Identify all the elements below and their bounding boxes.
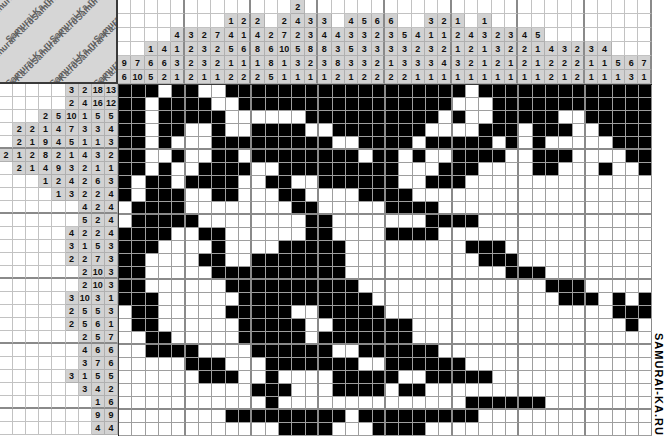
grid-cell[interactable] xyxy=(599,358,612,371)
grid-cell[interactable] xyxy=(292,293,305,306)
grid-cell[interactable] xyxy=(466,293,479,306)
grid-cell[interactable] xyxy=(399,371,412,384)
grid-cell[interactable] xyxy=(546,85,559,98)
grid-cell[interactable] xyxy=(413,241,426,254)
grid-cell[interactable] xyxy=(586,267,599,280)
grid-cell[interactable] xyxy=(239,267,252,280)
grid-cell[interactable] xyxy=(172,163,185,176)
grid-cell[interactable] xyxy=(252,410,265,423)
grid-cell[interactable] xyxy=(226,306,239,319)
grid-cell[interactable] xyxy=(573,189,586,202)
grid-cell[interactable] xyxy=(266,319,279,332)
grid-cell[interactable] xyxy=(186,319,199,332)
grid-cell[interactable] xyxy=(132,202,145,215)
grid-cell[interactable] xyxy=(119,423,132,436)
grid-cell[interactable] xyxy=(212,306,225,319)
grid-cell[interactable] xyxy=(359,371,372,384)
grid-cell[interactable] xyxy=(186,202,199,215)
grid-cell[interactable] xyxy=(573,410,586,423)
grid-cell[interactable] xyxy=(439,358,452,371)
grid-cell[interactable] xyxy=(533,215,546,228)
grid-cell[interactable] xyxy=(613,98,626,111)
grid-cell[interactable] xyxy=(613,306,626,319)
grid-cell[interactable] xyxy=(413,202,426,215)
grid-cell[interactable] xyxy=(586,345,599,358)
grid-cell[interactable] xyxy=(533,332,546,345)
grid-cell[interactable] xyxy=(599,293,612,306)
grid-cell[interactable] xyxy=(559,111,572,124)
grid-cell[interactable] xyxy=(199,280,212,293)
grid-cell[interactable] xyxy=(493,163,506,176)
grid-cell[interactable] xyxy=(586,137,599,150)
grid-cell[interactable] xyxy=(292,241,305,254)
grid-cell[interactable] xyxy=(159,215,172,228)
grid-cell[interactable] xyxy=(132,124,145,137)
grid-cell[interactable] xyxy=(306,176,319,189)
grid-cell[interactable] xyxy=(533,202,546,215)
grid-cell[interactable] xyxy=(599,124,612,137)
grid-cell[interactable] xyxy=(599,423,612,436)
grid-cell[interactable] xyxy=(199,137,212,150)
grid-cell[interactable] xyxy=(279,280,292,293)
grid-cell[interactable] xyxy=(159,410,172,423)
grid-cell[interactable] xyxy=(439,280,452,293)
grid-cell[interactable] xyxy=(359,111,372,124)
grid-cell[interactable] xyxy=(479,397,492,410)
grid-cell[interactable] xyxy=(119,410,132,423)
grid-cell[interactable] xyxy=(533,124,546,137)
grid-cell[interactable] xyxy=(146,189,159,202)
grid-cell[interactable] xyxy=(466,215,479,228)
grid-cell[interactable] xyxy=(212,267,225,280)
grid-cell[interactable] xyxy=(252,293,265,306)
grid-cell[interactable] xyxy=(199,319,212,332)
grid-cell[interactable] xyxy=(159,137,172,150)
grid-cell[interactable] xyxy=(479,111,492,124)
grid-cell[interactable] xyxy=(559,319,572,332)
grid-cell[interactable] xyxy=(159,280,172,293)
grid-cell[interactable] xyxy=(279,98,292,111)
grid-cell[interactable] xyxy=(199,397,212,410)
grid-cell[interactable] xyxy=(506,267,519,280)
grid-cell[interactable] xyxy=(533,176,546,189)
grid-cell[interactable] xyxy=(586,332,599,345)
grid-cell[interactable] xyxy=(172,280,185,293)
grid-cell[interactable] xyxy=(292,319,305,332)
grid-cell[interactable] xyxy=(172,176,185,189)
grid-cell[interactable] xyxy=(279,202,292,215)
grid-cell[interactable] xyxy=(479,371,492,384)
grid-cell[interactable] xyxy=(119,332,132,345)
grid-cell[interactable] xyxy=(199,332,212,345)
grid-cell[interactable] xyxy=(439,124,452,137)
grid-cell[interactable] xyxy=(426,241,439,254)
grid-cell[interactable] xyxy=(119,358,132,371)
grid-cell[interactable] xyxy=(439,150,452,163)
grid-cell[interactable] xyxy=(319,85,332,98)
grid-cell[interactable] xyxy=(613,345,626,358)
grid-cell[interactable] xyxy=(212,228,225,241)
grid-cell[interactable] xyxy=(239,254,252,267)
grid-cell[interactable] xyxy=(453,241,466,254)
grid-cell[interactable] xyxy=(626,241,639,254)
grid-cell[interactable] xyxy=(453,111,466,124)
grid-cell[interactable] xyxy=(626,280,639,293)
grid-cell[interactable] xyxy=(373,137,386,150)
grid-cell[interactable] xyxy=(226,215,239,228)
grid-cell[interactable] xyxy=(413,176,426,189)
grid-cell[interactable] xyxy=(186,358,199,371)
grid-cell[interactable] xyxy=(252,280,265,293)
grid-cell[interactable] xyxy=(626,124,639,137)
grid-cell[interactable] xyxy=(493,267,506,280)
grid-cell[interactable] xyxy=(132,397,145,410)
grid-cell[interactable] xyxy=(479,215,492,228)
grid-cell[interactable] xyxy=(533,189,546,202)
grid-cell[interactable] xyxy=(333,241,346,254)
grid-cell[interactable] xyxy=(159,124,172,137)
grid-cell[interactable] xyxy=(466,423,479,436)
grid-cell[interactable] xyxy=(186,423,199,436)
grid-cell[interactable] xyxy=(519,215,532,228)
grid-cell[interactable] xyxy=(639,371,652,384)
grid-cell[interactable] xyxy=(639,85,652,98)
grid-cell[interactable] xyxy=(546,410,559,423)
grid-cell[interactable] xyxy=(146,410,159,423)
grid-cell[interactable] xyxy=(279,124,292,137)
grid-cell[interactable] xyxy=(533,111,546,124)
grid-cell[interactable] xyxy=(186,267,199,280)
grid-cell[interactable] xyxy=(132,137,145,150)
grid-cell[interactable] xyxy=(266,384,279,397)
grid-cell[interactable] xyxy=(199,163,212,176)
grid-cell[interactable] xyxy=(239,332,252,345)
grid-cell[interactable] xyxy=(439,137,452,150)
grid-cell[interactable] xyxy=(132,371,145,384)
grid-cell[interactable] xyxy=(519,85,532,98)
grid-cell[interactable] xyxy=(599,267,612,280)
grid-cell[interactable] xyxy=(346,410,359,423)
grid-cell[interactable] xyxy=(426,306,439,319)
grid-cell[interactable] xyxy=(479,267,492,280)
grid-cell[interactable] xyxy=(639,163,652,176)
grid-cell[interactable] xyxy=(533,423,546,436)
grid-cell[interactable] xyxy=(426,111,439,124)
grid-cell[interactable] xyxy=(319,163,332,176)
grid-cell[interactable] xyxy=(573,267,586,280)
grid-cell[interactable] xyxy=(626,254,639,267)
grid-cell[interactable] xyxy=(426,345,439,358)
grid-cell[interactable] xyxy=(506,397,519,410)
grid-cell[interactable] xyxy=(613,410,626,423)
grid-cell[interactable] xyxy=(519,397,532,410)
grid-cell[interactable] xyxy=(266,228,279,241)
grid-cell[interactable] xyxy=(426,371,439,384)
grid-cell[interactable] xyxy=(333,111,346,124)
grid-cell[interactable] xyxy=(146,423,159,436)
grid-cell[interactable] xyxy=(266,332,279,345)
grid-cell[interactable] xyxy=(493,98,506,111)
grid-cell[interactable] xyxy=(626,358,639,371)
grid-cell[interactable] xyxy=(586,384,599,397)
grid-cell[interactable] xyxy=(413,137,426,150)
grid-cell[interactable] xyxy=(373,254,386,267)
grid-cell[interactable] xyxy=(319,202,332,215)
grid-cell[interactable] xyxy=(199,423,212,436)
grid-cell[interactable] xyxy=(519,319,532,332)
grid-cell[interactable] xyxy=(266,241,279,254)
grid-cell[interactable] xyxy=(439,332,452,345)
grid-cell[interactable] xyxy=(519,176,532,189)
grid-cell[interactable] xyxy=(546,267,559,280)
grid-cell[interactable] xyxy=(132,293,145,306)
grid-cell[interactable] xyxy=(346,137,359,150)
grid-cell[interactable] xyxy=(586,215,599,228)
grid-cell[interactable] xyxy=(573,98,586,111)
grid-cell[interactable] xyxy=(239,189,252,202)
grid-cell[interactable] xyxy=(466,150,479,163)
grid-cell[interactable] xyxy=(346,98,359,111)
grid-cell[interactable] xyxy=(546,384,559,397)
grid-cell[interactable] xyxy=(132,332,145,345)
grid-cell[interactable] xyxy=(186,189,199,202)
grid-cell[interactable] xyxy=(252,228,265,241)
grid-cell[interactable] xyxy=(479,306,492,319)
grid-cell[interactable] xyxy=(132,241,145,254)
grid-cell[interactable] xyxy=(279,293,292,306)
grid-cell[interactable] xyxy=(639,397,652,410)
grid-cell[interactable] xyxy=(132,85,145,98)
grid-cell[interactable] xyxy=(559,85,572,98)
grid-cell[interactable] xyxy=(306,202,319,215)
grid-cell[interactable] xyxy=(359,137,372,150)
grid-cell[interactable] xyxy=(573,332,586,345)
grid-cell[interactable] xyxy=(559,397,572,410)
grid-cell[interactable] xyxy=(439,98,452,111)
grid-cell[interactable] xyxy=(346,306,359,319)
grid-cell[interactable] xyxy=(333,306,346,319)
grid-cell[interactable] xyxy=(319,189,332,202)
grid-cell[interactable] xyxy=(319,124,332,137)
grid-cell[interactable] xyxy=(212,254,225,267)
grid-cell[interactable] xyxy=(132,384,145,397)
grid-cell[interactable] xyxy=(613,85,626,98)
grid-cell[interactable] xyxy=(172,267,185,280)
grid-cell[interactable] xyxy=(413,423,426,436)
grid-cell[interactable] xyxy=(506,410,519,423)
grid-cell[interactable] xyxy=(426,332,439,345)
grid-cell[interactable] xyxy=(559,410,572,423)
grid-cell[interactable] xyxy=(292,150,305,163)
grid-cell[interactable] xyxy=(493,280,506,293)
grid-cell[interactable] xyxy=(533,137,546,150)
grid-cell[interactable] xyxy=(212,189,225,202)
grid-cell[interactable] xyxy=(346,124,359,137)
grid-cell[interactable] xyxy=(466,137,479,150)
grid-cell[interactable] xyxy=(359,306,372,319)
grid-cell[interactable] xyxy=(252,150,265,163)
grid-cell[interactable] xyxy=(146,228,159,241)
grid-cell[interactable] xyxy=(626,293,639,306)
grid-cell[interactable] xyxy=(306,228,319,241)
grid-cell[interactable] xyxy=(146,215,159,228)
grid-cell[interactable] xyxy=(453,189,466,202)
grid-cell[interactable] xyxy=(386,189,399,202)
grid-cell[interactable] xyxy=(573,254,586,267)
grid-cell[interactable] xyxy=(279,319,292,332)
grid-cell[interactable] xyxy=(373,176,386,189)
grid-cell[interactable] xyxy=(519,293,532,306)
grid-cell[interactable] xyxy=(413,85,426,98)
grid-cell[interactable] xyxy=(386,319,399,332)
grid-cell[interactable] xyxy=(613,241,626,254)
grid-cell[interactable] xyxy=(639,98,652,111)
grid-cell[interactable] xyxy=(613,358,626,371)
grid-cell[interactable] xyxy=(386,332,399,345)
grid-cell[interactable] xyxy=(279,423,292,436)
grid-cell[interactable] xyxy=(146,202,159,215)
grid-cell[interactable] xyxy=(506,85,519,98)
grid-cell[interactable] xyxy=(359,98,372,111)
grid-cell[interactable] xyxy=(519,189,532,202)
grid-cell[interactable] xyxy=(493,150,506,163)
grid-cell[interactable] xyxy=(292,306,305,319)
grid-cell[interactable] xyxy=(292,124,305,137)
grid-cell[interactable] xyxy=(546,150,559,163)
grid-cell[interactable] xyxy=(212,163,225,176)
grid-cell[interactable] xyxy=(292,397,305,410)
grid-cell[interactable] xyxy=(399,163,412,176)
grid-cell[interactable] xyxy=(639,332,652,345)
grid-cell[interactable] xyxy=(399,397,412,410)
grid-cell[interactable] xyxy=(172,345,185,358)
grid-cell[interactable] xyxy=(359,215,372,228)
grid-cell[interactable] xyxy=(252,215,265,228)
grid-cell[interactable] xyxy=(453,319,466,332)
grid-cell[interactable] xyxy=(399,345,412,358)
grid-cell[interactable] xyxy=(319,111,332,124)
grid-cell[interactable] xyxy=(226,111,239,124)
grid-cell[interactable] xyxy=(626,384,639,397)
grid-cell[interactable] xyxy=(186,124,199,137)
grid-cell[interactable] xyxy=(146,150,159,163)
grid-cell[interactable] xyxy=(626,98,639,111)
grid-cell[interactable] xyxy=(479,241,492,254)
grid-cell[interactable] xyxy=(119,319,132,332)
grid-cell[interactable] xyxy=(439,410,452,423)
grid-cell[interactable] xyxy=(466,358,479,371)
grid-cell[interactable] xyxy=(519,384,532,397)
grid-cell[interactable] xyxy=(146,397,159,410)
grid-cell[interactable] xyxy=(479,163,492,176)
grid-cell[interactable] xyxy=(426,358,439,371)
grid-cell[interactable] xyxy=(279,85,292,98)
grid-cell[interactable] xyxy=(586,228,599,241)
grid-cell[interactable] xyxy=(146,384,159,397)
grid-cell[interactable] xyxy=(466,332,479,345)
grid-cell[interactable] xyxy=(373,189,386,202)
grid-cell[interactable] xyxy=(413,215,426,228)
grid-cell[interactable] xyxy=(413,371,426,384)
grid-cell[interactable] xyxy=(573,280,586,293)
grid-cell[interactable] xyxy=(453,384,466,397)
grid-cell[interactable] xyxy=(212,345,225,358)
grid-cell[interactable] xyxy=(386,241,399,254)
grid-cell[interactable] xyxy=(373,85,386,98)
grid-cell[interactable] xyxy=(386,306,399,319)
grid-cell[interactable] xyxy=(506,150,519,163)
grid-cell[interactable] xyxy=(493,332,506,345)
grid-cell[interactable] xyxy=(386,98,399,111)
grid-cell[interactable] xyxy=(426,137,439,150)
grid-cell[interactable] xyxy=(546,358,559,371)
grid-cell[interactable] xyxy=(132,280,145,293)
grid-cell[interactable] xyxy=(252,319,265,332)
grid-cell[interactable] xyxy=(306,384,319,397)
grid-cell[interactable] xyxy=(359,358,372,371)
grid-cell[interactable] xyxy=(346,176,359,189)
grid-cell[interactable] xyxy=(533,306,546,319)
grid-cell[interactable] xyxy=(292,332,305,345)
grid-cell[interactable] xyxy=(546,371,559,384)
grid-cell[interactable] xyxy=(413,410,426,423)
grid-cell[interactable] xyxy=(306,111,319,124)
grid-cell[interactable] xyxy=(386,397,399,410)
grid-cell[interactable] xyxy=(132,267,145,280)
grid-cell[interactable] xyxy=(172,319,185,332)
grid-cell[interactable] xyxy=(212,241,225,254)
grid-cell[interactable] xyxy=(399,124,412,137)
grid-cell[interactable] xyxy=(239,384,252,397)
grid-cell[interactable] xyxy=(546,332,559,345)
grid-cell[interactable] xyxy=(292,371,305,384)
grid-cell[interactable] xyxy=(146,98,159,111)
grid-cell[interactable] xyxy=(559,332,572,345)
grid-cell[interactable] xyxy=(212,85,225,98)
grid-cell[interactable] xyxy=(266,202,279,215)
grid-cell[interactable] xyxy=(559,98,572,111)
grid-cell[interactable] xyxy=(159,163,172,176)
grid-cell[interactable] xyxy=(506,371,519,384)
grid-cell[interactable] xyxy=(172,410,185,423)
grid-cell[interactable] xyxy=(399,228,412,241)
grid-cell[interactable] xyxy=(359,176,372,189)
grid-cell[interactable] xyxy=(613,163,626,176)
grid-cell[interactable] xyxy=(292,163,305,176)
grid-cell[interactable] xyxy=(439,345,452,358)
grid-cell[interactable] xyxy=(373,98,386,111)
grid-cell[interactable] xyxy=(306,319,319,332)
grid-cell[interactable] xyxy=(426,189,439,202)
grid-cell[interactable] xyxy=(453,397,466,410)
grid-cell[interactable] xyxy=(266,267,279,280)
grid-cell[interactable] xyxy=(226,189,239,202)
grid-cell[interactable] xyxy=(613,111,626,124)
grid-cell[interactable] xyxy=(252,124,265,137)
grid-cell[interactable] xyxy=(266,410,279,423)
grid-cell[interactable] xyxy=(119,189,132,202)
grid-cell[interactable] xyxy=(199,241,212,254)
grid-cell[interactable] xyxy=(453,85,466,98)
grid-cell[interactable] xyxy=(132,306,145,319)
grid-cell[interactable] xyxy=(586,98,599,111)
grid-cell[interactable] xyxy=(159,358,172,371)
grid-cell[interactable] xyxy=(493,410,506,423)
grid-cell[interactable] xyxy=(533,241,546,254)
grid-cell[interactable] xyxy=(493,176,506,189)
grid-cell[interactable] xyxy=(493,189,506,202)
grid-cell[interactable] xyxy=(506,345,519,358)
